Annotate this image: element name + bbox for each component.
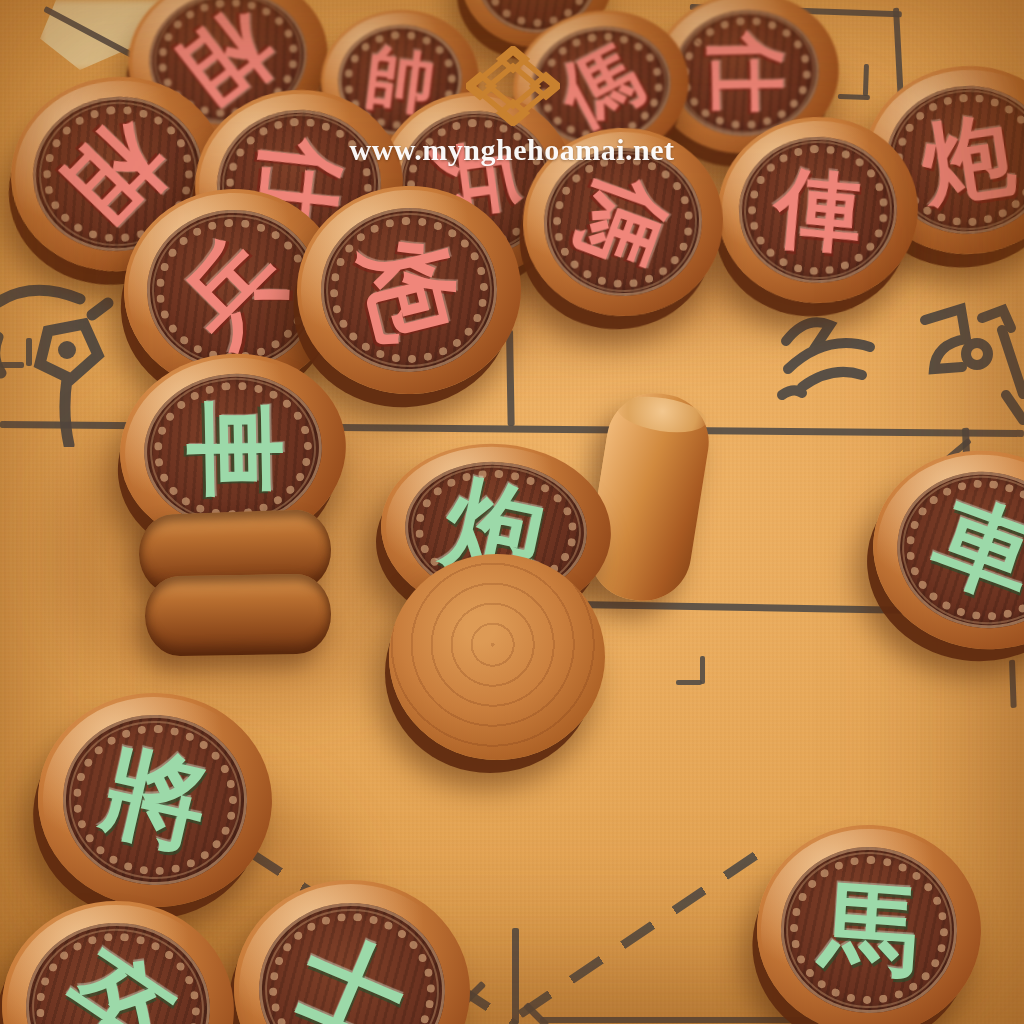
piece-face: 馬 <box>778 844 961 1016</box>
board-line <box>863 64 869 96</box>
board-line <box>676 680 702 685</box>
piece-face: 將 <box>58 711 251 890</box>
piece-face: 俥 <box>735 132 900 287</box>
piece-black-chariot-2[interactable]: 車 <box>860 436 1024 663</box>
piece-character: 俥 <box>735 132 900 287</box>
river-script-glyph-middle <box>770 305 888 410</box>
board-line <box>540 1017 840 1023</box>
photo-canvas: { "game": "xiangqi", "scene": "Wooden xi… <box>0 0 1024 1024</box>
board-line <box>1009 660 1017 708</box>
piece-character: 炮 <box>318 205 501 375</box>
palace-diagonal-dashed <box>517 847 764 1018</box>
piece-edge-piece[interactable] <box>582 386 715 607</box>
piece-face: 傌 <box>541 145 704 299</box>
board-line <box>700 656 705 684</box>
piece-stack-bottom[interactable] <box>144 573 331 656</box>
board-line <box>506 330 515 426</box>
piece-black-horse-1[interactable]: 馬 <box>753 821 984 1024</box>
river-script-glyph-right <box>905 298 1024 432</box>
piece-character: 馬 <box>778 844 961 1016</box>
piece-face: 炮 <box>318 205 501 375</box>
river-script-glyph-left <box>0 275 140 447</box>
piece-face: 卒 <box>18 914 218 1024</box>
piece-character: 將 <box>58 711 251 890</box>
piece-face: 車 <box>886 460 1024 640</box>
piece-character: 車 <box>886 460 1024 640</box>
piece-face: 士 <box>252 895 453 1024</box>
piece-character: 卒 <box>18 914 218 1024</box>
piece-character: 傌 <box>541 145 704 299</box>
piece-face-down-piece[interactable] <box>389 554 605 760</box>
piece-character: 士 <box>252 895 453 1024</box>
